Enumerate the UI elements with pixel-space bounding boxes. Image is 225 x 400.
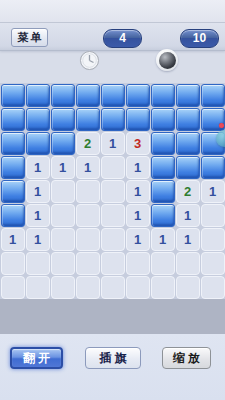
cell-r6c3[interactable] — [75, 227, 100, 251]
cell-r2c1[interactable] — [25, 131, 50, 155]
cell-r0c5[interactable] — [125, 83, 150, 107]
cell-r1c6[interactable] — [150, 107, 175, 131]
cell-r7c1[interactable] — [25, 251, 50, 275]
cell-r4c0[interactable] — [0, 179, 25, 203]
revealed-number: 1 — [26, 156, 50, 179]
cell-r7c2[interactable] — [50, 251, 75, 275]
cell-r1c5[interactable] — [125, 107, 150, 131]
covered-tile — [1, 84, 25, 107]
cell-r8c6[interactable] — [150, 275, 175, 299]
cell-r1c1[interactable] — [25, 107, 50, 131]
cell-r4c6[interactable] — [150, 179, 175, 203]
revealed-number: 1 — [26, 180, 50, 203]
covered-tile — [51, 84, 75, 107]
cell-r6c1[interactable]: 1 — [25, 227, 50, 251]
cell-r4c2[interactable] — [50, 179, 75, 203]
revealed-empty — [26, 252, 50, 275]
revealed-empty — [101, 228, 125, 251]
cell-r4c1[interactable]: 1 — [25, 179, 50, 203]
covered-tile — [176, 132, 200, 155]
cell-r7c3[interactable] — [75, 251, 100, 275]
mines-remaining-counter: 10 — [180, 29, 219, 48]
zoom-button[interactable]: 缩放 — [162, 347, 211, 369]
red-dot-indicator — [219, 123, 224, 128]
revealed-empty — [101, 204, 125, 227]
cell-r0c2[interactable] — [50, 83, 75, 107]
cell-r5c3[interactable] — [75, 203, 100, 227]
cell-r7c6[interactable] — [150, 251, 175, 275]
cell-r6c5[interactable]: 1 — [125, 227, 150, 251]
revealed-empty — [151, 252, 175, 275]
revealed-empty — [76, 204, 100, 227]
revealed-number: 1 — [126, 228, 150, 251]
revealed-empty — [1, 276, 25, 299]
cell-r3c3[interactable]: 1 — [75, 155, 100, 179]
cell-r4c5[interactable]: 1 — [125, 179, 150, 203]
cell-r8c0[interactable] — [0, 275, 25, 299]
revealed-empty — [201, 228, 225, 251]
revealed-number: 1 — [51, 156, 75, 179]
covered-tile — [26, 108, 50, 131]
cell-r1c7[interactable] — [175, 107, 200, 131]
revealed-number: 1 — [101, 132, 125, 155]
cell-r4c8[interactable]: 1 — [200, 179, 225, 203]
revealed-number: 1 — [176, 204, 200, 227]
revealed-empty — [51, 180, 75, 203]
revealed-empty — [76, 252, 100, 275]
cell-r5c8[interactable] — [200, 203, 225, 227]
cell-r0c0[interactable] — [0, 83, 25, 107]
cell-r5c0[interactable] — [0, 203, 25, 227]
revealed-number: 1 — [26, 228, 50, 251]
revealed-empty — [201, 252, 225, 275]
revealed-empty — [51, 204, 75, 227]
covered-tile — [1, 132, 25, 155]
covered-tile — [51, 108, 75, 131]
cell-r3c6[interactable] — [150, 155, 175, 179]
revealed-empty — [51, 252, 75, 275]
covered-tile — [126, 108, 150, 131]
covered-tile — [201, 84, 225, 107]
covered-tile — [201, 156, 225, 179]
covered-tile — [151, 156, 175, 179]
covered-tile — [151, 204, 175, 227]
cell-r8c4[interactable] — [100, 275, 125, 299]
cell-r0c1[interactable] — [25, 83, 50, 107]
revealed-number: 1 — [26, 204, 50, 227]
cell-r6c8[interactable] — [200, 227, 225, 251]
cell-r3c5[interactable]: 1 — [125, 155, 150, 179]
cell-r6c2[interactable] — [50, 227, 75, 251]
covered-tile — [151, 84, 175, 107]
cell-r3c7[interactable] — [175, 155, 200, 179]
cell-r6c7[interactable]: 1 — [175, 227, 200, 251]
covered-tile — [176, 156, 200, 179]
revealed-number: 1 — [126, 180, 150, 203]
revealed-empty — [1, 252, 25, 275]
cell-r1c2[interactable] — [50, 107, 75, 131]
cell-r3c2[interactable]: 1 — [50, 155, 75, 179]
cell-r8c5[interactable] — [125, 275, 150, 299]
cell-r3c1[interactable]: 1 — [25, 155, 50, 179]
cell-r8c8[interactable] — [200, 275, 225, 299]
covered-tile — [176, 108, 200, 131]
revealed-number: 1 — [76, 156, 100, 179]
covered-tile — [151, 108, 175, 131]
covered-tile — [76, 108, 100, 131]
cell-r7c8[interactable] — [200, 251, 225, 275]
covered-tile — [1, 156, 25, 179]
cell-r2c5[interactable]: 3 — [125, 131, 150, 155]
cell-r4c7[interactable]: 2 — [175, 179, 200, 203]
minesweeper-app: 菜单 4 10 2131111112111111111 翻开 插旗 缩放 — [0, 0, 225, 400]
mine-icon — [156, 49, 178, 71]
covered-tile — [101, 84, 125, 107]
covered-tile — [26, 132, 50, 155]
cell-r0c3[interactable] — [75, 83, 100, 107]
revealed-empty — [176, 276, 200, 299]
cell-r2c7[interactable] — [175, 131, 200, 155]
status-bar — [0, 0, 225, 23]
cell-r5c5[interactable]: 1 — [125, 203, 150, 227]
revealed-empty — [126, 276, 150, 299]
covered-tile — [1, 204, 25, 227]
board-tray — [0, 299, 225, 334]
cell-r1c0[interactable] — [0, 107, 25, 131]
cell-r3c8[interactable] — [200, 155, 225, 179]
revealed-empty — [176, 252, 200, 275]
cell-r7c0[interactable] — [0, 251, 25, 275]
cell-r7c5[interactable] — [125, 251, 150, 275]
cell-r4c4[interactable] — [100, 179, 125, 203]
covered-tile — [1, 108, 25, 131]
cell-r5c4[interactable] — [100, 203, 125, 227]
revealed-empty — [101, 156, 125, 179]
cell-r2c3[interactable]: 2 — [75, 131, 100, 155]
revealed-empty — [126, 252, 150, 275]
revealed-empty — [101, 276, 125, 299]
revealed-number: 2 — [176, 180, 200, 203]
cell-r7c7[interactable] — [175, 251, 200, 275]
cell-r6c0[interactable]: 1 — [0, 227, 25, 251]
cell-r2c2[interactable] — [50, 131, 75, 155]
cell-r2c4[interactable]: 1 — [100, 131, 125, 155]
cell-r8c2[interactable] — [50, 275, 75, 299]
mine-ball — [159, 52, 176, 69]
covered-tile — [101, 108, 125, 131]
revealed-empty — [26, 276, 50, 299]
revealed-number: 1 — [1, 228, 25, 251]
cell-r8c1[interactable] — [25, 275, 50, 299]
timer-counter: 4 — [103, 29, 142, 48]
covered-tile — [26, 84, 50, 107]
toolbar: 菜单 4 10 — [0, 23, 225, 51]
revealed-number: 1 — [126, 204, 150, 227]
cell-r4c3[interactable] — [75, 179, 100, 203]
cell-r8c7[interactable] — [175, 275, 200, 299]
cell-r5c1[interactable]: 1 — [25, 203, 50, 227]
cell-r6c6[interactable]: 1 — [150, 227, 175, 251]
revealed-empty — [101, 252, 125, 275]
cell-r5c7[interactable]: 1 — [175, 203, 200, 227]
cell-r0c8[interactable] — [200, 83, 225, 107]
revealed-empty — [151, 276, 175, 299]
revealed-empty — [76, 276, 100, 299]
revealed-number: 1 — [176, 228, 200, 251]
revealed-empty — [101, 180, 125, 203]
revealed-number: 3 — [126, 132, 150, 155]
revealed-empty — [51, 228, 75, 251]
revealed-empty — [51, 276, 75, 299]
cell-r0c4[interactable] — [100, 83, 125, 107]
cell-r5c6[interactable] — [150, 203, 175, 227]
cell-r5c2[interactable] — [50, 203, 75, 227]
flag-mode-button[interactable]: 插旗 — [85, 347, 141, 369]
covered-tile — [126, 84, 150, 107]
revealed-number: 2 — [76, 132, 100, 155]
revealed-number: 1 — [201, 180, 225, 203]
covered-tile — [1, 180, 25, 203]
cell-r3c0[interactable] — [0, 155, 25, 179]
covered-tile — [151, 132, 175, 155]
cell-r0c6[interactable] — [150, 83, 175, 107]
cell-r2c0[interactable] — [0, 131, 25, 155]
cell-r8c3[interactable] — [75, 275, 100, 299]
revealed-empty — [201, 204, 225, 227]
covered-tile — [51, 132, 75, 155]
revealed-empty — [201, 276, 225, 299]
cell-r1c3[interactable] — [75, 107, 100, 131]
revealed-empty — [76, 228, 100, 251]
cell-r1c4[interactable] — [100, 107, 125, 131]
clock-icon — [79, 50, 100, 71]
covered-tile — [176, 84, 200, 107]
revealed-empty — [76, 180, 100, 203]
cell-r3c4[interactable] — [100, 155, 125, 179]
cell-r0c7[interactable] — [175, 83, 200, 107]
revealed-number: 1 — [151, 228, 175, 251]
board: 2131111112111111111 — [0, 83, 225, 299]
reveal-mode-button[interactable]: 翻开 — [10, 347, 63, 369]
action-bar: 翻开 插旗 缩放 — [0, 334, 225, 400]
menu-button[interactable]: 菜单 — [11, 28, 48, 47]
cell-r2c6[interactable] — [150, 131, 175, 155]
covered-tile — [151, 180, 175, 203]
cell-r6c4[interactable] — [100, 227, 125, 251]
revealed-number: 1 — [126, 156, 150, 179]
cell-r7c4[interactable] — [100, 251, 125, 275]
covered-tile — [76, 84, 100, 107]
